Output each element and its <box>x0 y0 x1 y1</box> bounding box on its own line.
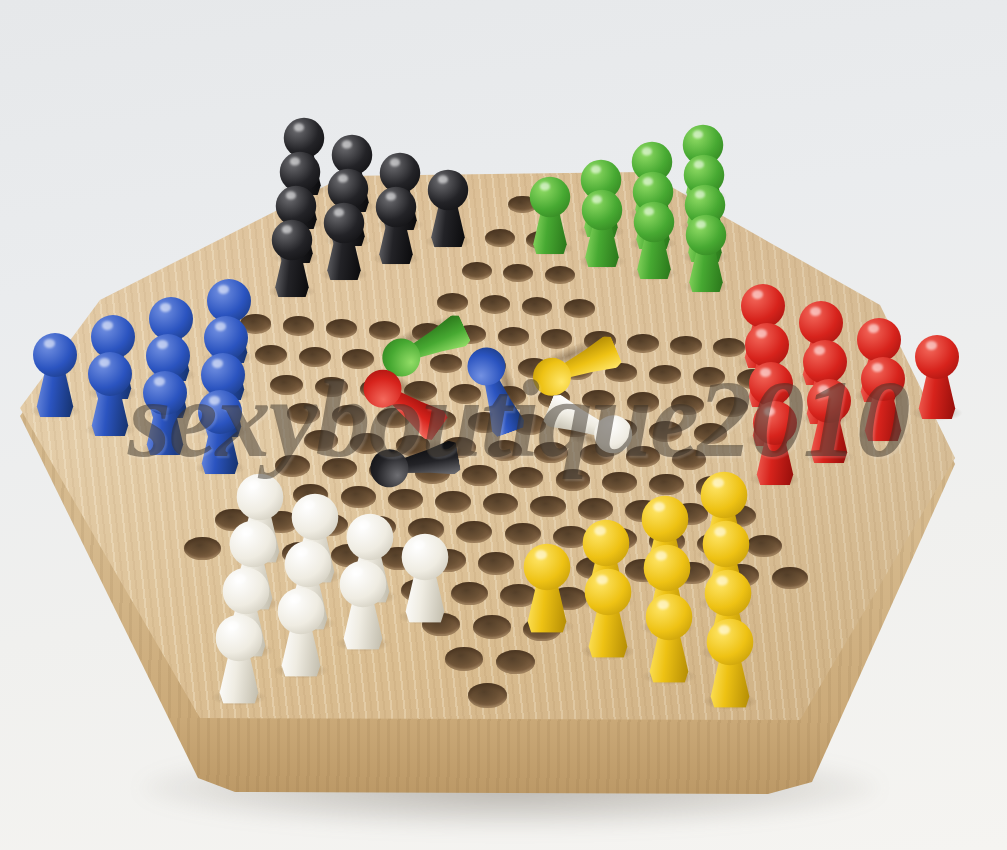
board-hole[interactable] <box>480 295 511 314</box>
peg-head <box>230 521 277 568</box>
peg-head <box>857 318 901 362</box>
peg-head <box>524 544 571 591</box>
peg-yellow[interactable] <box>582 569 635 660</box>
peg-green[interactable] <box>631 202 677 281</box>
peg-head <box>634 202 674 242</box>
board-hole[interactable] <box>505 523 541 545</box>
peg-head <box>753 401 797 445</box>
board-hole[interactable] <box>534 442 568 463</box>
board-hole[interactable] <box>468 683 507 708</box>
peg-head <box>807 379 851 423</box>
peg-head <box>143 371 187 415</box>
board-hole[interactable] <box>451 582 488 605</box>
peg-red[interactable] <box>858 357 908 443</box>
board-hole[interactable] <box>473 615 511 639</box>
board-hole[interactable] <box>478 552 515 575</box>
board-hole[interactable] <box>462 262 492 281</box>
peg-red[interactable] <box>912 335 962 421</box>
peg-black[interactable] <box>373 186 419 265</box>
peg-black[interactable] <box>269 219 315 298</box>
board-hole[interactable] <box>287 403 320 424</box>
peg-blue[interactable] <box>140 371 190 457</box>
peg-head <box>861 357 905 401</box>
peg-head <box>741 284 785 328</box>
board-hole[interactable] <box>556 469 591 491</box>
board-hole[interactable] <box>545 266 575 285</box>
peg-red[interactable] <box>804 379 854 465</box>
board-hole[interactable] <box>602 472 637 494</box>
peg-head <box>402 534 449 581</box>
board-hole[interactable] <box>283 316 314 335</box>
peg-green[interactable] <box>579 189 625 268</box>
board-hole[interactable] <box>435 491 470 513</box>
board-hole[interactable] <box>485 229 514 247</box>
board-hole[interactable] <box>564 299 595 318</box>
board-hole[interactable] <box>341 486 376 508</box>
peg-green[interactable] <box>527 177 573 256</box>
peg-head <box>799 301 843 345</box>
board-hole[interactable] <box>627 334 658 353</box>
board-hole[interactable] <box>670 336 701 355</box>
board-hole[interactable] <box>488 440 522 461</box>
peg-head <box>340 561 387 608</box>
board-hole[interactable] <box>672 449 706 470</box>
peg-head <box>585 569 632 616</box>
peg-head <box>33 333 77 377</box>
peg-head <box>428 170 468 210</box>
board-hole[interactable] <box>649 474 684 496</box>
board-hole[interactable] <box>322 458 357 480</box>
peg-head <box>582 189 622 229</box>
board-hole[interactable] <box>627 392 660 412</box>
peg-blue[interactable] <box>85 352 135 438</box>
peg-head <box>278 588 325 635</box>
board-hole[interactable] <box>456 521 492 543</box>
peg-red[interactable] <box>750 401 800 487</box>
peg-yellow[interactable] <box>704 619 757 710</box>
peg-black[interactable] <box>321 203 367 282</box>
peg-white[interactable] <box>337 561 390 652</box>
board-hole[interactable] <box>649 421 682 442</box>
peg-head <box>803 340 847 384</box>
peg-head <box>223 568 270 615</box>
board-hole[interactable] <box>326 319 357 338</box>
board-hole[interactable] <box>578 498 613 520</box>
peg-head <box>644 545 691 592</box>
peg-black[interactable] <box>425 170 471 249</box>
peg-blue[interactable] <box>195 390 245 476</box>
board-hole[interactable] <box>462 465 497 487</box>
peg-head <box>88 352 132 396</box>
product-photo-scene: sexyboutique2010 <box>0 0 1007 850</box>
peg-head <box>745 323 789 367</box>
peg-head <box>703 521 750 568</box>
peg-head <box>237 474 284 521</box>
peg-head <box>216 615 263 662</box>
peg-head <box>583 520 630 567</box>
peg-body <box>398 439 461 483</box>
board-hole[interactable] <box>437 293 468 312</box>
peg-white[interactable] <box>275 588 328 679</box>
board-hole[interactable] <box>255 345 287 365</box>
board-hole[interactable] <box>530 496 565 518</box>
peg-head <box>367 446 411 490</box>
board-hole[interactable] <box>496 650 535 674</box>
board-hole[interactable] <box>184 537 221 560</box>
peg-white[interactable] <box>213 615 266 706</box>
peg-yellow[interactable] <box>643 594 696 685</box>
peg-head <box>198 390 242 434</box>
board-hole[interactable] <box>270 375 303 395</box>
board-hole[interactable] <box>693 367 725 387</box>
board-hole[interactable] <box>315 377 348 397</box>
peg-head <box>347 514 394 561</box>
peg-head <box>686 214 726 254</box>
peg-white[interactable] <box>399 534 452 625</box>
peg-head <box>705 570 752 617</box>
peg-green[interactable] <box>683 214 729 293</box>
peg-head <box>272 219 312 259</box>
board-hole[interactable] <box>299 347 331 367</box>
peg-head <box>749 362 793 406</box>
peg-yellow[interactable] <box>521 544 574 635</box>
peg-blue[interactable] <box>30 333 80 419</box>
peg-head <box>530 177 570 217</box>
peg-head <box>285 541 332 588</box>
peg-head <box>376 186 416 226</box>
board-hole[interactable] <box>671 395 704 415</box>
peg-head <box>707 619 754 666</box>
peg-head <box>915 335 959 379</box>
peg-head <box>642 496 689 543</box>
peg-head <box>292 494 339 541</box>
peg-head <box>701 472 748 519</box>
board-hole[interactable] <box>541 329 572 348</box>
peg-head <box>646 594 693 641</box>
peg-head <box>324 203 364 243</box>
